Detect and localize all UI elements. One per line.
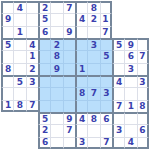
- cell-r7c11[interactable]: [124, 75, 136, 87]
- cell-r3c1[interactable]: [1, 26, 13, 38]
- cell-r11c5[interactable]: [50, 124, 62, 136]
- cell-r6c6[interactable]: [63, 63, 75, 75]
- cell-r3c6[interactable]: 9: [63, 26, 75, 38]
- cell-r6c1[interactable]: 8: [1, 63, 13, 75]
- cell-r10c11[interactable]: [124, 112, 136, 124]
- cell-r7c3[interactable]: 3: [26, 75, 38, 87]
- cell-r2c11: [124, 13, 136, 25]
- cell-r9c7[interactable]: [75, 100, 87, 112]
- cell-r10c3: [26, 112, 38, 124]
- cell-r6c11[interactable]: 3: [124, 63, 136, 75]
- cell-r6c8[interactable]: [87, 63, 99, 75]
- cell-r11c8[interactable]: [87, 124, 99, 136]
- cell-r7c8[interactable]: [87, 75, 99, 87]
- sudoku-board: 4278954211697542359185678291353438731877…: [1, 1, 149, 149]
- cell-r9c6[interactable]: [63, 100, 75, 112]
- cell-r1c10: [112, 1, 124, 13]
- cell-r9c11[interactable]: 1: [124, 100, 136, 112]
- cell-r11c3: [26, 124, 38, 136]
- cell-r9c4[interactable]: [38, 100, 50, 112]
- cell-r2c10: [112, 13, 124, 25]
- cell-r2c4[interactable]: 5: [38, 13, 50, 25]
- cell-r3c9[interactable]: 7: [100, 26, 112, 38]
- cell-r7c10[interactable]: 4: [112, 75, 124, 87]
- cell-r4c4[interactable]: [38, 38, 50, 50]
- cell-r3c4[interactable]: 6: [38, 26, 50, 38]
- cell-r10c7[interactable]: 4: [75, 112, 87, 124]
- cell-r1c4[interactable]: 2: [38, 1, 50, 13]
- cell-r5c6[interactable]: [63, 50, 75, 62]
- cell-r12c2: [13, 137, 25, 149]
- cell-r11c9[interactable]: [100, 124, 112, 136]
- cell-r7c6[interactable]: [63, 75, 75, 87]
- cell-r12c9[interactable]: 7: [100, 137, 112, 149]
- cell-r2c9[interactable]: 1: [100, 13, 112, 25]
- cell-r4c10[interactable]: 5: [112, 38, 124, 50]
- cell-r7c2[interactable]: 5: [13, 75, 25, 87]
- cell-r10c4[interactable]: 5: [38, 112, 50, 124]
- cell-r5c2[interactable]: [13, 50, 25, 62]
- cell-r12c3: [26, 137, 38, 149]
- cell-r7c4[interactable]: [38, 75, 50, 87]
- cell-r5c10[interactable]: [112, 50, 124, 62]
- cell-r8c2[interactable]: [13, 87, 25, 99]
- cell-r5c9[interactable]: 5: [100, 50, 112, 62]
- cell-r9c12[interactable]: 8: [137, 100, 149, 112]
- cell-r4c7[interactable]: [75, 38, 87, 50]
- cell-r4c12[interactable]: [137, 38, 149, 50]
- cell-r10c8[interactable]: 8: [87, 112, 99, 124]
- cell-r4c8[interactable]: 3: [87, 38, 99, 50]
- cell-r6c4[interactable]: [38, 63, 50, 75]
- cell-r6c10[interactable]: [112, 63, 124, 75]
- cell-r8c9[interactable]: 3: [100, 87, 112, 99]
- cell-r5c5[interactable]: 8: [50, 50, 62, 62]
- cell-r7c9[interactable]: [100, 75, 112, 87]
- cell-r5c1[interactable]: [1, 50, 13, 62]
- cell-r11c12[interactable]: 6: [137, 124, 149, 136]
- cell-r5c3[interactable]: 1: [26, 50, 38, 62]
- cell-r3c7[interactable]: [75, 26, 87, 38]
- cell-r2c12: [137, 13, 149, 25]
- cell-r2c3[interactable]: [26, 13, 38, 25]
- cell-r3c10: [112, 26, 124, 38]
- cell-r4c3[interactable]: 4: [26, 38, 38, 50]
- cell-r12c1: [1, 137, 13, 149]
- cell-r1c7[interactable]: [75, 1, 87, 13]
- cell-r9c3[interactable]: 7: [26, 100, 38, 112]
- cell-r12c5[interactable]: [50, 137, 62, 149]
- cell-r3c2[interactable]: 1: [13, 26, 25, 38]
- cell-r6c12[interactable]: [137, 63, 149, 75]
- cell-r4c2[interactable]: [13, 38, 25, 50]
- cell-r1c1[interactable]: [1, 1, 13, 13]
- cell-r10c5[interactable]: [50, 112, 62, 124]
- cell-r1c11: [124, 1, 136, 13]
- cell-r10c6[interactable]: 9: [63, 112, 75, 124]
- cell-r5c8[interactable]: [87, 50, 99, 62]
- cell-r5c11[interactable]: 6: [124, 50, 136, 62]
- cell-r9c10[interactable]: 7: [112, 100, 124, 112]
- cell-r4c6[interactable]: [63, 38, 75, 50]
- cell-r6c9[interactable]: [100, 63, 112, 75]
- cell-r3c12: [137, 26, 149, 38]
- cell-r11c7[interactable]: [75, 124, 87, 136]
- cell-r1c6[interactable]: 7: [63, 1, 75, 13]
- cell-r5c4[interactable]: [38, 50, 50, 62]
- cell-r11c6[interactable]: 7: [63, 124, 75, 136]
- cell-r3c3[interactable]: [26, 26, 38, 38]
- cell-r3c11: [124, 26, 136, 38]
- cell-r1c9[interactable]: [100, 1, 112, 13]
- cell-r11c10[interactable]: 3: [112, 124, 124, 136]
- cell-r9c9[interactable]: [100, 100, 112, 112]
- cell-r8c10[interactable]: [112, 87, 124, 99]
- cell-r11c4[interactable]: 2: [38, 124, 50, 136]
- cell-r8c8[interactable]: 7: [87, 87, 99, 99]
- cell-r10c1: [1, 112, 13, 124]
- cell-r2c2[interactable]: [13, 13, 25, 25]
- cell-r5c12[interactable]: 7: [137, 50, 149, 62]
- cell-r12c11[interactable]: 4: [124, 137, 136, 149]
- cell-r11c1: [1, 124, 13, 136]
- cell-r12c12[interactable]: [137, 137, 149, 149]
- cell-r7c1[interactable]: [1, 75, 13, 87]
- cell-r4c9[interactable]: [100, 38, 112, 50]
- cell-r12c6[interactable]: [63, 137, 75, 149]
- cell-r6c2[interactable]: [13, 63, 25, 75]
- cell-r6c5[interactable]: 9: [50, 63, 62, 75]
- cell-r3c8[interactable]: [87, 26, 99, 38]
- cell-r8c12[interactable]: [137, 87, 149, 99]
- cell-r7c12[interactable]: 3: [137, 75, 149, 87]
- cell-r12c7[interactable]: 3: [75, 137, 87, 149]
- cell-r10c12[interactable]: [137, 112, 149, 124]
- cell-r7c5[interactable]: [50, 75, 62, 87]
- cell-r1c3[interactable]: [26, 1, 38, 13]
- cell-r12c8[interactable]: [87, 137, 99, 149]
- cell-r12c4[interactable]: 6: [38, 137, 50, 149]
- cell-r1c2[interactable]: 4: [13, 1, 25, 13]
- cell-r1c8[interactable]: 8: [87, 1, 99, 13]
- cell-r2c1[interactable]: 9: [1, 13, 13, 25]
- cell-r5c7[interactable]: [75, 50, 87, 62]
- cell-r8c11[interactable]: [124, 87, 136, 99]
- cell-r2c6[interactable]: [63, 13, 75, 25]
- cell-r8c3[interactable]: [26, 87, 38, 99]
- cell-r12c10[interactable]: [112, 137, 124, 149]
- cell-r8c5[interactable]: [50, 87, 62, 99]
- cell-r11c2: [13, 124, 25, 136]
- cell-r9c1[interactable]: 1: [1, 100, 13, 112]
- cell-r4c11[interactable]: 9: [124, 38, 136, 50]
- cell-r9c2[interactable]: 8: [13, 100, 25, 112]
- cell-r6c3[interactable]: 2: [26, 63, 38, 75]
- cell-r2c5[interactable]: [50, 13, 62, 25]
- cell-r9c5[interactable]: [50, 100, 62, 112]
- cell-r6c7[interactable]: 1: [75, 63, 87, 75]
- cell-r1c5[interactable]: [50, 1, 62, 13]
- cell-r8c6[interactable]: [63, 87, 75, 99]
- cell-r10c9[interactable]: 6: [100, 112, 112, 124]
- cell-r3c5[interactable]: [50, 26, 62, 38]
- cell-r1c12: [137, 1, 149, 13]
- cell-r9c8[interactable]: [87, 100, 99, 112]
- cell-r4c1[interactable]: 5: [1, 38, 13, 50]
- cell-r4c5[interactable]: 2: [50, 38, 62, 50]
- cell-r2c7[interactable]: 4: [75, 13, 87, 25]
- cell-r2c8[interactable]: 2: [87, 13, 99, 25]
- cell-r7c7[interactable]: [75, 75, 87, 87]
- cell-r10c2: [13, 112, 25, 124]
- cell-r8c4[interactable]: [38, 87, 50, 99]
- cell-r11c11[interactable]: [124, 124, 136, 136]
- cell-r8c7[interactable]: 8: [75, 87, 87, 99]
- cell-r8c1[interactable]: [1, 87, 13, 99]
- cell-r10c10[interactable]: [112, 112, 124, 124]
